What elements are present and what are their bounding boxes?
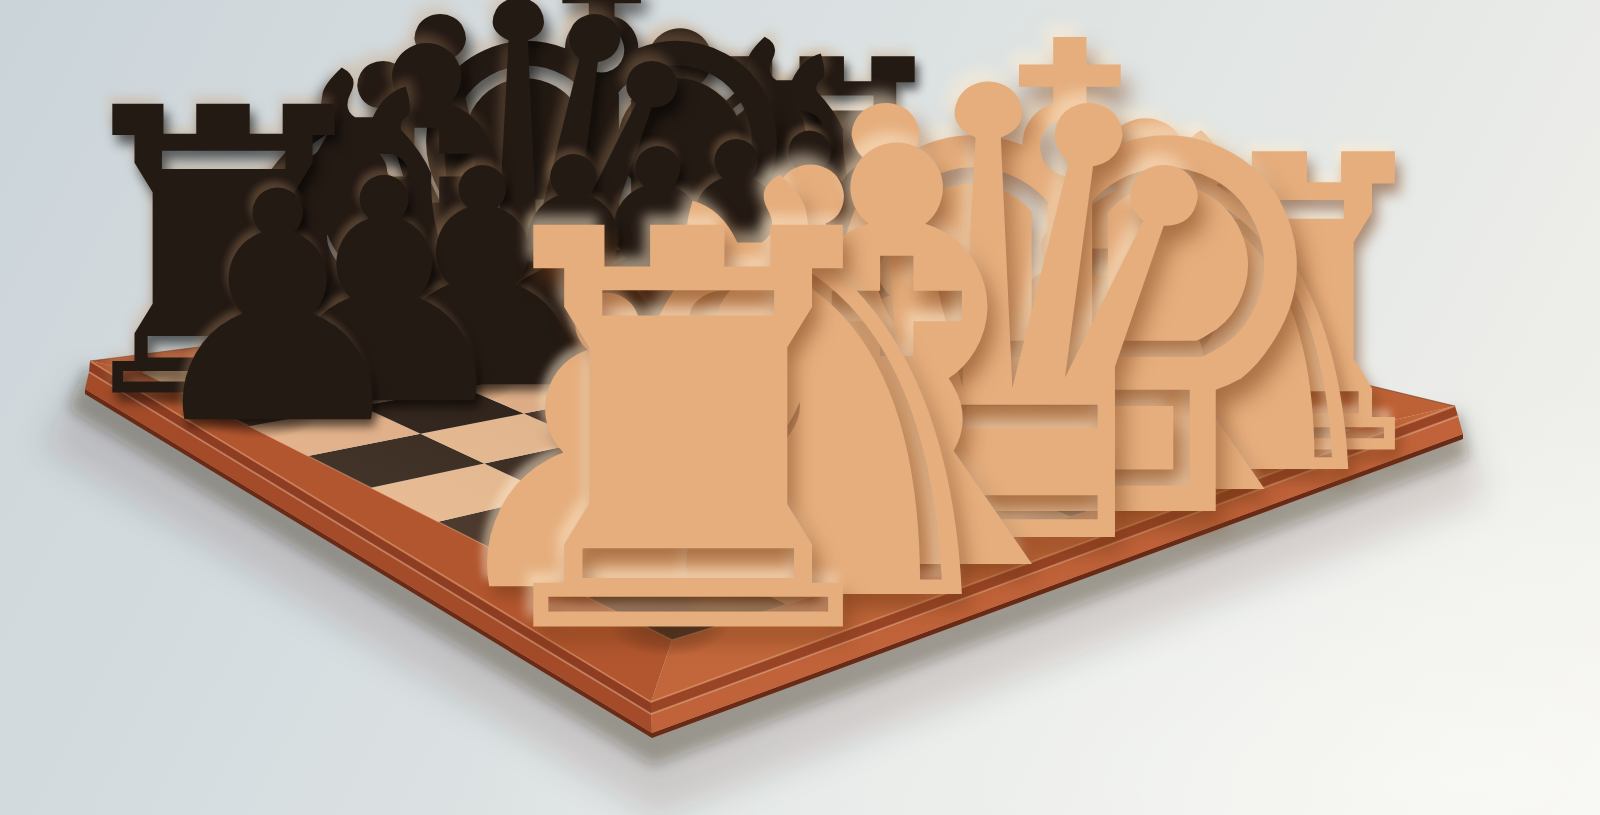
chess-board [0,0,1600,815]
chess-set-photo-scene: ♜♞♟♝♟♚♟♛♟♝♟♞♟♜♟♟♟♟♜♟♞♟♝♟♚♟♛♟♝♟♞♜ [0,0,1600,815]
